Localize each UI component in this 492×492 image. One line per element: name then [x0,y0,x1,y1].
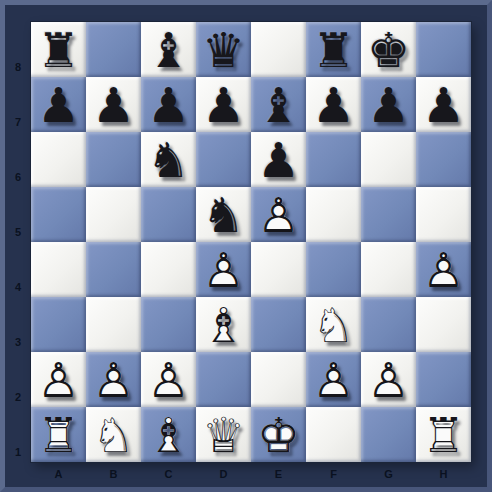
white-bishop[interactable]: ♝♗ [196,297,251,352]
rank-label-5: 5 [5,204,31,259]
white-rook[interactable]: ♜♖ [31,407,86,462]
white-pawn[interactable]: ♟♙ [86,352,141,407]
square-d4[interactable]: ♟♙ [196,242,251,297]
square-h1[interactable]: ♜♖ [416,407,471,462]
square-a6[interactable] [31,132,86,187]
square-g3[interactable] [361,297,416,352]
black-pawn-glyph: ♟ [312,81,355,129]
white-pawn-glyph-outline: ♙ [257,191,300,239]
rank-label-8: 8 [5,39,31,94]
black-knight[interactable]: ♞ [141,132,196,187]
black-rook[interactable]: ♜ [31,22,86,77]
white-king-glyph-outline: ♔ [257,411,300,459]
square-g8[interactable]: ♚ [361,22,416,77]
white-pawn[interactable]: ♟♙ [416,242,471,297]
white-knight-glyph-outline: ♘ [312,301,355,349]
square-d7[interactable]: ♟ [196,77,251,132]
file-label-c: C [141,462,196,486]
square-a1[interactable]: ♜♖ [31,407,86,462]
black-rook-glyph: ♜ [37,26,80,74]
white-king[interactable]: ♚♔ [251,407,306,462]
square-c5[interactable] [141,187,196,242]
square-d8[interactable]: ♛ [196,22,251,77]
file-label-e: E [251,462,306,486]
black-rook-glyph: ♜ [312,26,355,74]
square-f4[interactable] [306,242,361,297]
square-g1[interactable] [361,407,416,462]
black-pawn[interactable]: ♟ [86,77,141,132]
square-g4[interactable] [361,242,416,297]
square-d3[interactable]: ♝♗ [196,297,251,352]
black-pawn[interactable]: ♟ [251,132,306,187]
square-f5[interactable] [306,187,361,242]
black-knight[interactable]: ♞ [196,187,251,242]
white-knight[interactable]: ♞♘ [86,407,141,462]
square-e8[interactable] [251,22,306,77]
black-bishop-glyph: ♝ [147,26,190,74]
file-label-f: F [306,462,361,486]
rank-label-7: 7 [5,94,31,149]
square-c6[interactable]: ♞ [141,132,196,187]
square-b4[interactable] [86,242,141,297]
white-pawn-glyph-outline: ♙ [202,246,245,294]
black-pawn[interactable]: ♟ [306,77,361,132]
square-f8[interactable]: ♜ [306,22,361,77]
black-pawn[interactable]: ♟ [31,77,86,132]
square-d6[interactable] [196,132,251,187]
white-rook-glyph-outline: ♖ [422,411,465,459]
square-c3[interactable] [141,297,196,352]
black-queen[interactable]: ♛ [196,22,251,77]
black-pawn[interactable]: ♟ [416,77,471,132]
square-h6[interactable] [416,132,471,187]
board: 87654321 ABCDEFGH ♜♝♛♜♚♟♟♟♟♝♟♟♟♞♟♞♟♙♟♙♟♙… [31,22,471,462]
white-rook[interactable]: ♜♖ [416,407,471,462]
black-pawn[interactable]: ♟ [361,77,416,132]
white-pawn-glyph-outline: ♙ [367,356,410,404]
black-king[interactable]: ♚ [361,22,416,77]
square-a4[interactable] [31,242,86,297]
square-h2[interactable] [416,352,471,407]
square-h8[interactable] [416,22,471,77]
file-label-d: D [196,462,251,486]
black-king-glyph: ♚ [367,26,410,74]
black-knight-glyph: ♞ [147,136,190,184]
black-bishop-glyph: ♝ [257,81,300,129]
square-e3[interactable] [251,297,306,352]
black-pawn-glyph: ♟ [92,81,135,129]
white-pawn[interactable]: ♟♙ [31,352,86,407]
rank-label-3: 3 [5,314,31,369]
square-a3[interactable] [31,297,86,352]
black-pawn-glyph: ♟ [257,136,300,184]
chess-board-frame: 87654321 ABCDEFGH ♜♝♛♜♚♟♟♟♟♝♟♟♟♞♟♞♟♙♟♙♟♙… [0,0,492,492]
rank-label-1: 1 [5,424,31,479]
square-g7[interactable]: ♟ [361,77,416,132]
square-b3[interactable] [86,297,141,352]
square-h5[interactable] [416,187,471,242]
white-pawn[interactable]: ♟♙ [306,352,361,407]
rank-label-4: 4 [5,259,31,314]
white-bishop[interactable]: ♝♗ [141,407,196,462]
square-g2[interactable]: ♟♙ [361,352,416,407]
square-d5[interactable]: ♞ [196,187,251,242]
black-queen-glyph: ♛ [202,26,245,74]
square-e7[interactable]: ♝ [251,77,306,132]
file-labels: ABCDEFGH [31,462,471,486]
square-h7[interactable]: ♟ [416,77,471,132]
square-a7[interactable]: ♟ [31,77,86,132]
square-b6[interactable] [86,132,141,187]
square-f7[interactable]: ♟ [306,77,361,132]
square-b7[interactable]: ♟ [86,77,141,132]
square-d1[interactable]: ♛♕ [196,407,251,462]
file-label-h: H [416,462,471,486]
white-pawn-glyph-outline: ♙ [37,356,80,404]
black-pawn-glyph: ♟ [202,81,245,129]
square-b2[interactable]: ♟♙ [86,352,141,407]
square-g5[interactable] [361,187,416,242]
file-label-b: B [86,462,141,486]
white-pawn[interactable]: ♟♙ [141,352,196,407]
square-e2[interactable] [251,352,306,407]
square-b1[interactable]: ♞♘ [86,407,141,462]
square-e6[interactable]: ♟ [251,132,306,187]
square-c2[interactable]: ♟♙ [141,352,196,407]
white-pawn-glyph-outline: ♙ [147,356,190,404]
white-pawn[interactable]: ♟♙ [196,242,251,297]
white-bishop-glyph-outline: ♗ [202,301,245,349]
square-a8[interactable]: ♜ [31,22,86,77]
square-c8[interactable]: ♝ [141,22,196,77]
square-b5[interactable] [86,187,141,242]
black-pawn-glyph: ♟ [37,81,80,129]
square-h3[interactable] [416,297,471,352]
black-pawn-glyph: ♟ [422,81,465,129]
square-f3[interactable]: ♞♘ [306,297,361,352]
square-c4[interactable] [141,242,196,297]
black-pawn-glyph: ♟ [147,81,190,129]
rank-labels: 87654321 [5,39,31,479]
black-bishop[interactable]: ♝ [251,77,306,132]
white-pawn-glyph-outline: ♙ [422,246,465,294]
white-queen-glyph-outline: ♕ [202,411,245,459]
square-h4[interactable]: ♟♙ [416,242,471,297]
square-a2[interactable]: ♟♙ [31,352,86,407]
black-knight-glyph: ♞ [202,191,245,239]
black-rook[interactable]: ♜ [306,22,361,77]
square-c7[interactable]: ♟ [141,77,196,132]
black-pawn-glyph: ♟ [367,81,410,129]
white-pawn[interactable]: ♟♙ [251,187,306,242]
white-bishop-glyph-outline: ♗ [147,411,190,459]
square-b8[interactable] [86,22,141,77]
white-pawn[interactable]: ♟♙ [361,352,416,407]
square-f2[interactable]: ♟♙ [306,352,361,407]
white-queen[interactable]: ♛♕ [196,407,251,462]
square-e1[interactable]: ♚♔ [251,407,306,462]
file-label-a: A [31,462,86,486]
square-f6[interactable] [306,132,361,187]
white-pawn-glyph-outline: ♙ [312,356,355,404]
square-g6[interactable] [361,132,416,187]
file-label-g: G [361,462,416,486]
white-knight-glyph-outline: ♘ [92,411,135,459]
white-rook-glyph-outline: ♖ [37,411,80,459]
black-bishop[interactable]: ♝ [141,22,196,77]
square-c1[interactable]: ♝♗ [141,407,196,462]
rank-label-6: 6 [5,149,31,204]
black-pawn[interactable]: ♟ [141,77,196,132]
white-knight[interactable]: ♞♘ [306,297,361,352]
white-pawn-glyph-outline: ♙ [92,356,135,404]
square-d2[interactable] [196,352,251,407]
black-pawn[interactable]: ♟ [196,77,251,132]
square-a5[interactable] [31,187,86,242]
square-f1[interactable] [306,407,361,462]
rank-label-2: 2 [5,369,31,424]
square-e5[interactable]: ♟♙ [251,187,306,242]
square-e4[interactable] [251,242,306,297]
